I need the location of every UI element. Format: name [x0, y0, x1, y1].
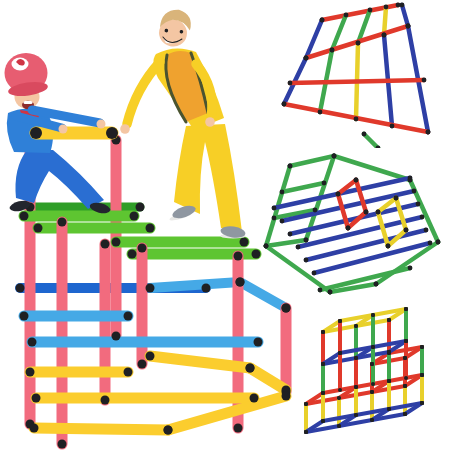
tube-connector [146, 224, 155, 233]
tube-connector [382, 33, 387, 38]
tube-connector [234, 252, 243, 261]
tube-connector [321, 330, 325, 334]
tube-connector [420, 215, 425, 220]
tube-connector [364, 210, 369, 215]
tube-connector [336, 192, 341, 197]
tube-connector [20, 312, 29, 321]
tube-connector [26, 368, 35, 377]
tube-connector [106, 127, 118, 139]
right-child-hand [120, 124, 130, 134]
tube-connector [34, 224, 43, 233]
tube-connector [387, 379, 391, 383]
tube-connector [387, 350, 391, 354]
tube-connector [304, 430, 308, 434]
thumbnail-tent-art [266, 2, 446, 148]
tube-connector [136, 203, 145, 212]
tube-connector [58, 440, 67, 449]
tube-connector [337, 424, 341, 428]
tube-connector [312, 271, 317, 276]
right-child-head [156, 7, 193, 50]
tube-connector [30, 424, 39, 433]
tube-connector [387, 318, 391, 322]
thumbnail-ramp-art [260, 150, 446, 300]
tube-connector [370, 418, 374, 422]
tube-connector [400, 3, 405, 8]
tube-connector [338, 351, 342, 355]
tube-connector [354, 413, 358, 417]
tube-connector [422, 78, 427, 83]
tube-connector [403, 356, 407, 360]
tube-connector [371, 313, 375, 317]
tube-connector [408, 266, 413, 271]
tube-connector [30, 127, 42, 139]
tube-connector [124, 368, 133, 377]
tube-connector [254, 338, 263, 347]
tube-connector [384, 5, 389, 10]
right-child-hand [205, 117, 215, 127]
tube-connector [387, 407, 391, 411]
tube-connector [420, 373, 424, 377]
ramp-structure [264, 154, 441, 295]
tube-connector [234, 424, 243, 433]
tube-connector [403, 412, 407, 416]
tube-connector [420, 345, 424, 349]
tube-connector [282, 102, 287, 107]
tube-connector [288, 164, 293, 169]
tube-connector [304, 402, 308, 406]
tube-connector [304, 56, 309, 61]
tube-connector [288, 232, 293, 237]
thumbnail-ramp-structure[interactable] [260, 150, 446, 300]
tube-connector [288, 81, 293, 86]
tube-connector [337, 396, 341, 400]
left-child-hand [97, 120, 106, 129]
tube-connector [280, 190, 285, 195]
tube-connector [386, 244, 391, 249]
tube-connector [426, 130, 431, 135]
tube-connector [250, 394, 259, 403]
tube-connector [416, 202, 421, 207]
tube-connector [394, 196, 399, 201]
tube-connector [101, 240, 110, 249]
tube-connector [20, 212, 29, 221]
tube-connector [376, 210, 381, 215]
tube-connector [296, 245, 301, 250]
main-photo[interactable] [0, 0, 300, 450]
tube-connector [321, 419, 325, 423]
thumbnail-tent-structure[interactable] [266, 2, 446, 148]
tube-connector [101, 396, 110, 405]
left-child-hand [59, 125, 68, 134]
tube-connector [318, 110, 323, 115]
tube-connector [322, 181, 327, 186]
tube-connector [338, 319, 342, 323]
tube-connector [280, 219, 285, 224]
tube-connector [112, 238, 121, 247]
tube-connector [16, 284, 25, 293]
tube-connector [354, 324, 358, 328]
tube-connector [58, 218, 67, 227]
tube-connector [403, 384, 407, 388]
top-handrail [30, 127, 118, 139]
tube-connector [344, 13, 349, 18]
tube-connector [370, 390, 374, 394]
tube-connector [404, 307, 408, 311]
tube-connector [404, 339, 408, 343]
tube-connector [332, 154, 337, 159]
tube-connector [354, 385, 358, 389]
tube-connector [321, 362, 325, 366]
tube-connector [408, 178, 413, 183]
tube-connector [164, 426, 173, 435]
tube-connector [202, 284, 211, 293]
tube-connector [321, 391, 325, 395]
tube-connector [420, 401, 424, 405]
tube-connector [138, 244, 147, 253]
tube-connector [346, 226, 351, 231]
tube-connector [354, 117, 359, 122]
tube-connector [428, 241, 433, 246]
thumbnail-stepped-structure[interactable] [286, 292, 446, 448]
thumbnail-stepped-art [286, 292, 446, 448]
tube-connector [124, 312, 133, 321]
tube-connector [412, 189, 417, 194]
product-photo-collage [0, 0, 450, 450]
tube-connector [406, 24, 411, 29]
tube-connector [32, 394, 41, 403]
tube-connector [246, 364, 255, 373]
tube-connector [28, 338, 37, 347]
tube-connector [374, 282, 379, 287]
tube-connector [112, 332, 121, 341]
tube-connector [304, 258, 309, 263]
tube-connector [404, 228, 409, 233]
tube-connector [236, 278, 245, 287]
tube-connector [356, 41, 361, 46]
tube-connector [320, 18, 325, 23]
tube-connector [338, 388, 342, 392]
tube-connector [404, 376, 408, 380]
tube-connector [304, 238, 309, 243]
tube-connector [130, 212, 139, 221]
tube-connector [313, 208, 318, 213]
tube-connector [390, 124, 395, 129]
tube-connector [371, 345, 375, 349]
tube-connector [436, 240, 441, 245]
climbing-gym-structure [16, 136, 291, 449]
tube-connector [138, 360, 147, 369]
tube-connector [368, 8, 373, 13]
tube-connector [371, 382, 375, 386]
tube-connector [272, 216, 277, 221]
tube-connector [146, 284, 155, 293]
tube-connector [240, 238, 249, 247]
tube-connector [370, 362, 374, 366]
tube-connector [146, 352, 155, 361]
tube-connector [264, 244, 269, 249]
tube-connector [424, 228, 429, 233]
tent-structure [282, 3, 431, 148]
tube-connector [362, 132, 367, 137]
tube-connector [128, 250, 137, 259]
tube-connector [354, 178, 359, 183]
tube-connector [272, 206, 277, 211]
main-photo-art [0, 0, 300, 450]
tube-connector [354, 356, 358, 360]
tube-connector [330, 48, 335, 53]
stepped-structure [304, 307, 424, 434]
